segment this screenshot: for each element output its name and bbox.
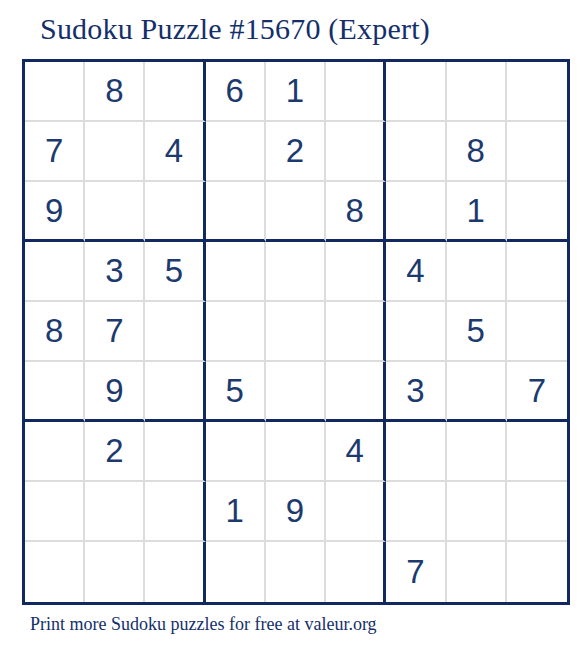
- sudoku-cell-given[interactable]: 8: [326, 182, 386, 242]
- sudoku-cell-empty[interactable]: [447, 542, 507, 602]
- sudoku-cell-empty[interactable]: [266, 542, 326, 602]
- sudoku-cell-empty[interactable]: [25, 422, 85, 482]
- footer-text: Print more Sudoku puzzles for free at va…: [30, 614, 377, 635]
- sudoku-cell-empty[interactable]: [326, 542, 386, 602]
- sudoku-cell-given[interactable]: 4: [145, 122, 205, 182]
- sudoku-cell-empty[interactable]: [145, 422, 205, 482]
- sudoku-cell-empty[interactable]: [206, 182, 266, 242]
- sudoku-cell-given[interactable]: 9: [25, 182, 85, 242]
- sudoku-cell-given[interactable]: 7: [386, 542, 446, 602]
- sudoku-cell-empty[interactable]: [507, 62, 567, 122]
- sudoku-cell-empty[interactable]: [206, 242, 266, 302]
- sudoku-cell-given[interactable]: 7: [507, 362, 567, 422]
- sudoku-cell-given[interactable]: 3: [386, 362, 446, 422]
- sudoku-cell-empty[interactable]: [206, 302, 266, 362]
- sudoku-cell-given[interactable]: 4: [326, 422, 386, 482]
- sudoku-cell-empty[interactable]: [145, 302, 205, 362]
- sudoku-cell-empty[interactable]: [386, 302, 446, 362]
- sudoku-cell-empty[interactable]: [447, 422, 507, 482]
- sudoku-cell-given[interactable]: 9: [266, 482, 326, 542]
- sudoku-cell-empty[interactable]: [507, 242, 567, 302]
- sudoku-cell-given[interactable]: 7: [25, 122, 85, 182]
- sudoku-cell-empty[interactable]: [145, 362, 205, 422]
- sudoku-cell-empty[interactable]: [206, 122, 266, 182]
- sudoku-board: 8617428981354875953724197: [22, 59, 570, 605]
- sudoku-cell-empty[interactable]: [85, 122, 145, 182]
- page-title: Sudoku Puzzle #15670 (Expert): [40, 12, 430, 46]
- sudoku-cell-empty[interactable]: [266, 302, 326, 362]
- sudoku-cell-empty[interactable]: [326, 302, 386, 362]
- sudoku-cell-empty[interactable]: [507, 122, 567, 182]
- sudoku-cell-empty[interactable]: [266, 182, 326, 242]
- sudoku-cell-empty[interactable]: [386, 62, 446, 122]
- sudoku-cell-empty[interactable]: [206, 422, 266, 482]
- sudoku-cell-given[interactable]: 4: [386, 242, 446, 302]
- sudoku-cell-empty[interactable]: [386, 422, 446, 482]
- sudoku-cell-empty[interactable]: [326, 482, 386, 542]
- sudoku-cell-empty[interactable]: [386, 482, 446, 542]
- sudoku-cell-empty[interactable]: [25, 62, 85, 122]
- sudoku-cell-empty[interactable]: [85, 482, 145, 542]
- sudoku-cell-given[interactable]: 8: [25, 302, 85, 362]
- sudoku-cell-given[interactable]: 5: [145, 242, 205, 302]
- sudoku-cell-empty[interactable]: [386, 182, 446, 242]
- sudoku-cell-given[interactable]: 6: [206, 62, 266, 122]
- sudoku-cell-given[interactable]: 3: [85, 242, 145, 302]
- sudoku-cell-empty[interactable]: [326, 122, 386, 182]
- sudoku-cell-empty[interactable]: [507, 182, 567, 242]
- sudoku-cell-empty[interactable]: [507, 302, 567, 362]
- sudoku-cell-given[interactable]: 8: [447, 122, 507, 182]
- sudoku-cell-empty[interactable]: [326, 62, 386, 122]
- sudoku-cell-empty[interactable]: [85, 182, 145, 242]
- sudoku-cell-given[interactable]: 1: [447, 182, 507, 242]
- sudoku-cell-given[interactable]: 1: [206, 482, 266, 542]
- sudoku-cell-given[interactable]: 5: [206, 362, 266, 422]
- sudoku-cell-given[interactable]: 5: [447, 302, 507, 362]
- sudoku-cell-empty[interactable]: [266, 242, 326, 302]
- sudoku-cell-empty[interactable]: [266, 362, 326, 422]
- sudoku-cell-given[interactable]: 9: [85, 362, 145, 422]
- sudoku-cell-empty[interactable]: [145, 182, 205, 242]
- sudoku-cell-empty[interactable]: [25, 542, 85, 602]
- sudoku-cell-empty[interactable]: [447, 62, 507, 122]
- sudoku-cell-empty[interactable]: [507, 422, 567, 482]
- sudoku-cell-empty[interactable]: [507, 542, 567, 602]
- sudoku-cell-empty[interactable]: [266, 422, 326, 482]
- sudoku-cell-given[interactable]: 7: [85, 302, 145, 362]
- sudoku-cell-empty[interactable]: [326, 362, 386, 422]
- sudoku-cell-given[interactable]: 8: [85, 62, 145, 122]
- sudoku-cell-empty[interactable]: [25, 362, 85, 422]
- sudoku-cell-given[interactable]: 2: [85, 422, 145, 482]
- sudoku-cell-given[interactable]: 2: [266, 122, 326, 182]
- sudoku-cell-empty[interactable]: [145, 542, 205, 602]
- sudoku-cell-empty[interactable]: [447, 482, 507, 542]
- sudoku-cell-empty[interactable]: [447, 242, 507, 302]
- sudoku-cell-empty[interactable]: [85, 542, 145, 602]
- sudoku-cell-empty[interactable]: [25, 242, 85, 302]
- sudoku-cell-empty[interactable]: [145, 62, 205, 122]
- sudoku-cell-given[interactable]: 1: [266, 62, 326, 122]
- sudoku-cell-empty[interactable]: [447, 362, 507, 422]
- sudoku-cell-empty[interactable]: [386, 122, 446, 182]
- sudoku-cell-empty[interactable]: [507, 482, 567, 542]
- sudoku-cell-empty[interactable]: [206, 542, 266, 602]
- sudoku-cell-empty[interactable]: [326, 242, 386, 302]
- sudoku-cell-empty[interactable]: [145, 482, 205, 542]
- sudoku-cell-empty[interactable]: [25, 482, 85, 542]
